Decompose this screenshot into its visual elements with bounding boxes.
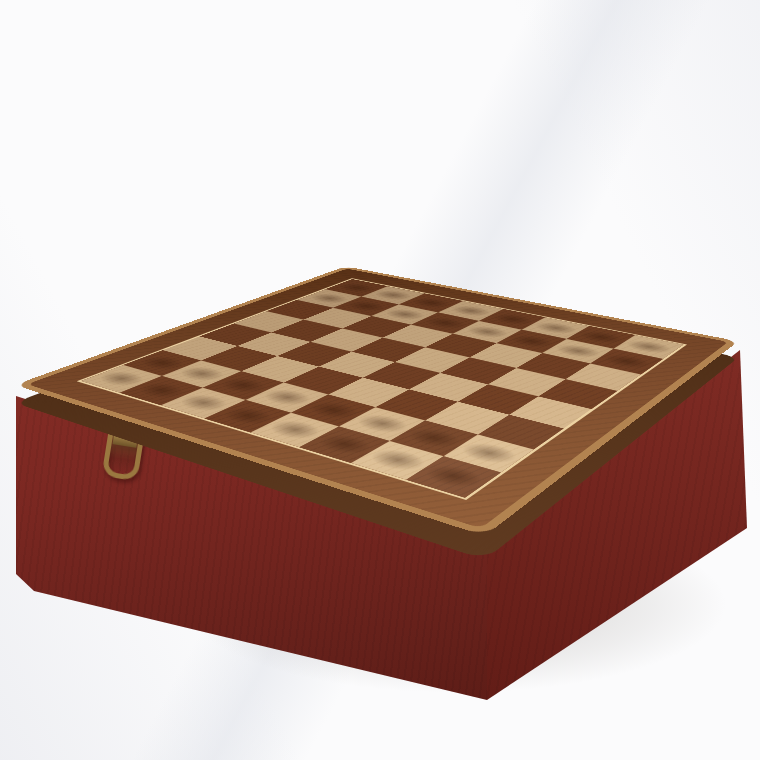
square-h1[interactable]: ♜ xyxy=(406,456,501,497)
chess-set-photo: ♜♞♝♛♚♝♞♜♟♟♟♟♟♟♟♟♟♟♟♟♟♟♟♟♜♞♝♛♚♝♞♜ xyxy=(0,0,760,760)
rook-icon: ♜ xyxy=(305,335,602,486)
